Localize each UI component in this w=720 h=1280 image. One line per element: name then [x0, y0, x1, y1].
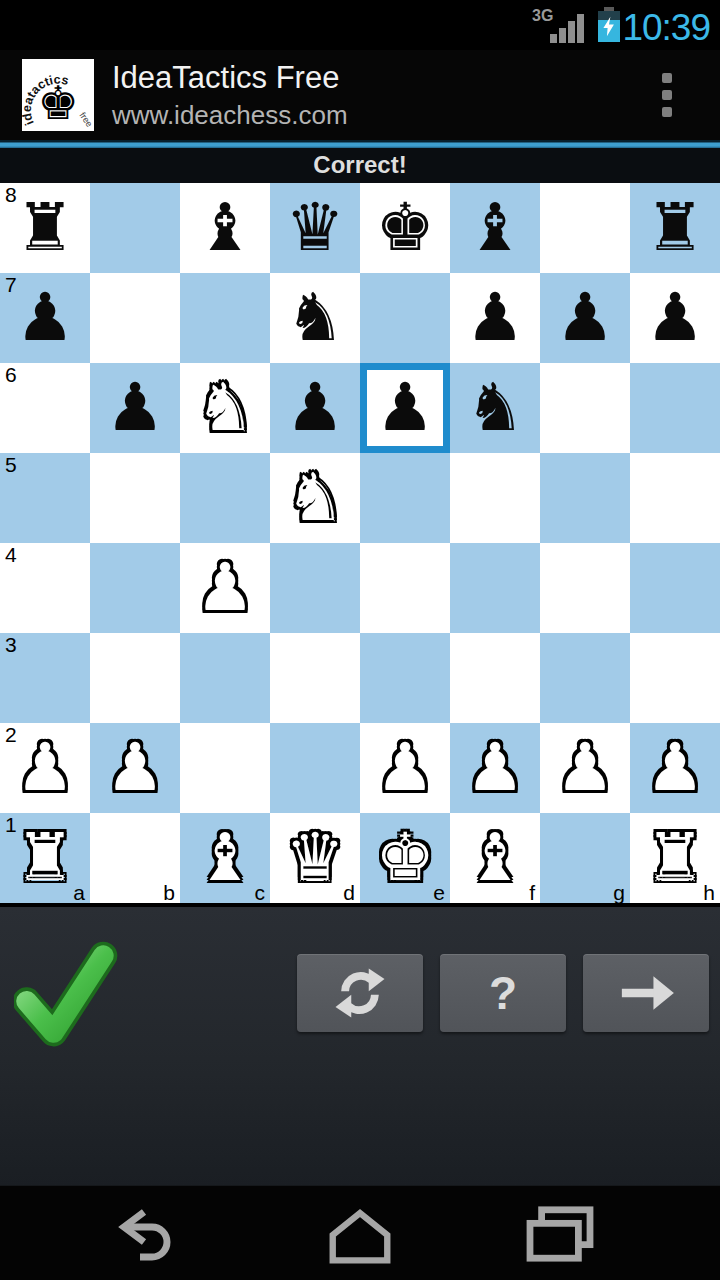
file-label-d: d — [343, 881, 355, 905]
white-knight[interactable]: ♞ — [285, 453, 344, 543]
square-a8[interactable]: 8♜ — [0, 183, 90, 273]
square-g1[interactable]: g — [540, 813, 630, 903]
rank-label-6: 6 — [5, 363, 17, 387]
white-queen[interactable]: ♛ — [285, 813, 344, 903]
square-e6[interactable]: ♟ — [360, 363, 450, 453]
feedback-banner: Correct! — [0, 148, 720, 183]
square-h2[interactable]: ♟ — [630, 723, 720, 813]
file-label-c: c — [255, 881, 266, 905]
rank-label-3: 3 — [5, 633, 17, 657]
square-d8[interactable]: ♛ — [270, 183, 360, 273]
rank-label-8: 8 — [5, 183, 17, 207]
correct-check-icon — [14, 935, 118, 1049]
square-a4[interactable]: 4 — [0, 543, 90, 633]
white-rook[interactable]: ♜ — [645, 813, 704, 903]
status-bar: 3G 10:39 — [0, 0, 720, 50]
square-g5[interactable] — [540, 453, 630, 543]
square-c5[interactable] — [180, 453, 270, 543]
square-f8[interactable]: ♝ — [450, 183, 540, 273]
hint-button[interactable]: ? — [440, 954, 566, 1032]
square-a2[interactable]: 2♟ — [0, 723, 90, 813]
square-e4[interactable] — [360, 543, 450, 633]
white-pawn[interactable]: ♟ — [555, 723, 614, 813]
square-e8[interactable]: ♚ — [360, 183, 450, 273]
white-rook[interactable]: ♜ — [15, 813, 74, 903]
white-pawn[interactable]: ♟ — [195, 543, 254, 633]
square-h5[interactable] — [630, 453, 720, 543]
square-c4[interactable]: ♟ — [180, 543, 270, 633]
square-b1[interactable]: b — [90, 813, 180, 903]
square-f7[interactable]: ♟ — [450, 273, 540, 363]
square-b8[interactable] — [90, 183, 180, 273]
black-knight[interactable]: ♞ — [285, 273, 344, 363]
square-g6[interactable] — [540, 363, 630, 453]
white-pawn[interactable]: ♟ — [465, 723, 524, 813]
square-c7[interactable] — [180, 273, 270, 363]
black-pawn[interactable]: ♟ — [105, 363, 164, 453]
square-g7[interactable]: ♟ — [540, 273, 630, 363]
signal-bars-icon — [550, 14, 584, 43]
refresh-icon — [332, 965, 388, 1021]
square-f5[interactable] — [450, 453, 540, 543]
rank-label-2: 2 — [5, 723, 17, 747]
black-queen[interactable]: ♛ — [285, 183, 344, 273]
black-knight[interactable]: ♞ — [465, 363, 524, 453]
square-a5[interactable]: 5 — [0, 453, 90, 543]
file-label-f: f — [529, 881, 535, 905]
retry-button[interactable] — [297, 954, 423, 1032]
square-d3[interactable] — [270, 633, 360, 723]
phone-screen: 3G 10:39 ideatactics ♚ free — [0, 0, 720, 1280]
feedback-text: Correct! — [313, 151, 406, 178]
rank-label-1: 1 — [5, 813, 17, 837]
question-mark-icon: ? — [489, 966, 517, 1020]
back-icon[interactable] — [112, 1204, 176, 1264]
square-g8[interactable] — [540, 183, 630, 273]
black-rook[interactable]: ♜ — [15, 183, 74, 273]
square-a6[interactable]: 6 — [0, 363, 90, 453]
black-rook[interactable]: ♜ — [645, 183, 704, 273]
file-label-a: a — [73, 881, 85, 905]
square-h4[interactable] — [630, 543, 720, 633]
square-b3[interactable] — [90, 633, 180, 723]
square-g2[interactable]: ♟ — [540, 723, 630, 813]
square-c1[interactable]: c♝ — [180, 813, 270, 903]
white-pawn[interactable]: ♟ — [375, 723, 434, 813]
arrow-right-icon — [616, 967, 676, 1019]
app-header: ideatactics ♚ free IdeaTactics Free www.… — [0, 50, 720, 140]
square-a3[interactable]: 3 — [0, 633, 90, 723]
logo-free-text: free — [77, 110, 94, 128]
square-e1[interactable]: e♚ — [360, 813, 450, 903]
square-b5[interactable] — [90, 453, 180, 543]
white-pawn[interactable]: ♟ — [105, 723, 164, 813]
square-c2[interactable] — [180, 723, 270, 813]
black-bishop[interactable]: ♝ — [195, 183, 254, 273]
battery-charging-icon — [598, 7, 620, 42]
square-f3[interactable] — [450, 633, 540, 723]
square-f4[interactable] — [450, 543, 540, 633]
square-h8[interactable]: ♜ — [630, 183, 720, 273]
square-d5[interactable]: ♞ — [270, 453, 360, 543]
square-b4[interactable] — [90, 543, 180, 633]
square-f1[interactable]: f♝ — [450, 813, 540, 903]
square-h1[interactable]: h♜ — [630, 813, 720, 903]
square-d4[interactable] — [270, 543, 360, 633]
square-b2[interactable]: ♟ — [90, 723, 180, 813]
square-f6[interactable]: ♞ — [450, 363, 540, 453]
black-king[interactable]: ♚ — [375, 183, 434, 273]
white-knight[interactable]: ♞ — [195, 363, 254, 453]
file-label-g: g — [613, 881, 625, 905]
white-pawn[interactable]: ♟ — [645, 723, 704, 813]
square-d1[interactable]: d♛ — [270, 813, 360, 903]
black-pawn[interactable]: ♟ — [375, 363, 434, 453]
black-pawn[interactable]: ♟ — [645, 273, 704, 363]
clock-time: 10:39 — [622, 7, 710, 49]
overflow-menu-icon[interactable] — [662, 73, 672, 117]
black-pawn[interactable]: ♟ — [15, 273, 74, 363]
square-e3[interactable] — [360, 633, 450, 723]
white-bishop[interactable]: ♝ — [465, 813, 524, 903]
white-pawn[interactable]: ♟ — [15, 723, 74, 813]
square-e7[interactable] — [360, 273, 450, 363]
app-subtitle: www.ideachess.com — [112, 100, 348, 131]
square-c3[interactable] — [180, 633, 270, 723]
black-bishop[interactable]: ♝ — [465, 183, 524, 273]
signal-strength-icon: 3G — [532, 7, 584, 43]
file-label-h: h — [703, 881, 715, 905]
chess-board: 8♜♝♛♚♝♜7♟♞♟♟♟6♟♞♟♟♞5♞4♟32♟♟♟♟♟♟1a♜bc♝d♛e… — [0, 183, 720, 903]
square-g4[interactable] — [540, 543, 630, 633]
square-d6[interactable]: ♟ — [270, 363, 360, 453]
square-b7[interactable] — [90, 273, 180, 363]
app-logo: ideatactics ♚ free — [22, 59, 94, 131]
app-title: IdeaTactics Free — [112, 60, 339, 96]
controls-panel: ? — [0, 903, 720, 1185]
square-h6[interactable] — [630, 363, 720, 453]
file-label-e: e — [433, 881, 445, 905]
rank-label-7: 7 — [5, 273, 17, 297]
logo-king-icon: ♚ — [37, 76, 78, 130]
lightning-bolt-icon — [602, 15, 616, 38]
square-c8[interactable]: ♝ — [180, 183, 270, 273]
rank-label-5: 5 — [5, 453, 17, 477]
black-pawn[interactable]: ♟ — [555, 273, 614, 363]
android-nav-bar — [0, 1185, 720, 1280]
square-h3[interactable] — [630, 633, 720, 723]
rank-label-4: 4 — [5, 543, 17, 567]
square-g3[interactable] — [540, 633, 630, 723]
white-bishop[interactable]: ♝ — [195, 813, 254, 903]
black-pawn[interactable]: ♟ — [285, 363, 344, 453]
home-icon[interactable] — [320, 1204, 400, 1264]
file-label-b: b — [163, 881, 175, 905]
square-e5[interactable] — [360, 453, 450, 543]
white-king[interactable]: ♚ — [375, 813, 434, 903]
square-e2[interactable]: ♟ — [360, 723, 450, 813]
square-a1[interactable]: 1a♜ — [0, 813, 90, 903]
next-puzzle-button[interactable] — [583, 954, 709, 1032]
header-accent-divider — [0, 140, 720, 148]
black-pawn[interactable]: ♟ — [465, 273, 524, 363]
square-b6[interactable]: ♟ — [90, 363, 180, 453]
square-d2[interactable] — [270, 723, 360, 813]
recents-icon[interactable] — [523, 1204, 597, 1264]
square-a7[interactable]: 7♟ — [0, 273, 90, 363]
square-c6[interactable]: ♞ — [180, 363, 270, 453]
square-d7[interactable]: ♞ — [270, 273, 360, 363]
square-h7[interactable]: ♟ — [630, 273, 720, 363]
square-f2[interactable]: ♟ — [450, 723, 540, 813]
